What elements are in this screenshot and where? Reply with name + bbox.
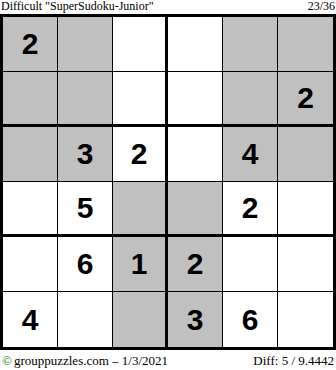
cell-r6c2[interactable] — [58, 292, 113, 347]
cell-r3c1[interactable] — [3, 127, 58, 182]
cell-r5c4[interactable]: 2 — [168, 237, 223, 292]
footer: ©grouppuzzles.com – 1/3/2021 Diff: 5 / 9… — [0, 350, 336, 370]
cell-r2c4[interactable] — [168, 72, 223, 127]
cell-r3c2[interactable]: 3 — [58, 127, 113, 182]
cell-r1c2[interactable] — [58, 17, 113, 72]
cell-r1c5[interactable] — [223, 17, 278, 72]
cell-r6c5[interactable]: 6 — [223, 292, 278, 347]
given-number: 1 — [131, 247, 148, 281]
cell-r2c6[interactable]: 2 — [278, 72, 333, 127]
cell-r1c3[interactable] — [113, 17, 168, 72]
cell-r2c1[interactable] — [3, 72, 58, 127]
cell-r3c6[interactable] — [278, 127, 333, 182]
cell-r4c3[interactable] — [113, 182, 168, 237]
copyright-line: ©grouppuzzles.com – 1/3/2021 — [2, 353, 168, 369]
given-number: 2 — [131, 137, 148, 171]
given-number: 2 — [297, 81, 314, 115]
given-number: 6 — [242, 303, 259, 337]
given-number: 2 — [22, 27, 39, 61]
cell-r5c2[interactable]: 6 — [58, 237, 113, 292]
copyright-icon: © — [2, 353, 12, 368]
given-number: 4 — [22, 303, 39, 337]
cell-r6c4[interactable]: 3 — [168, 292, 223, 347]
cell-r2c3[interactable] — [113, 72, 168, 127]
cell-r4c4[interactable] — [168, 182, 223, 237]
difficulty-label: Diff: 5 / 9.4442 — [253, 353, 334, 369]
given-number: 2 — [187, 247, 204, 281]
cell-r6c3[interactable] — [113, 292, 168, 347]
cell-r6c6[interactable] — [278, 292, 333, 347]
cell-r3c4[interactable] — [168, 127, 223, 182]
cell-r1c1[interactable]: 2 — [3, 17, 58, 72]
cell-r5c5[interactable] — [223, 237, 278, 292]
given-number: 4 — [242, 137, 259, 171]
given-number: 2 — [242, 191, 259, 225]
given-number: 3 — [77, 137, 94, 171]
given-number: 3 — [187, 303, 204, 337]
sudoku-grid: 2232452612436 — [0, 14, 336, 350]
given-number: 6 — [77, 247, 94, 281]
cell-r4c5[interactable]: 2 — [223, 182, 278, 237]
cell-r1c6[interactable] — [278, 17, 333, 72]
given-number: 5 — [77, 191, 94, 225]
cell-r2c2[interactable] — [58, 72, 113, 127]
puzzle-title: Difficult "SuperSudoku-Junior" — [1, 0, 154, 13]
cell-r2c5[interactable] — [223, 72, 278, 127]
cell-r1c4[interactable] — [168, 17, 223, 72]
copyright-text: grouppuzzles.com – 1/3/2021 — [14, 353, 168, 368]
cell-r5c6[interactable] — [278, 237, 333, 292]
cell-r4c2[interactable]: 5 — [58, 182, 113, 237]
header: Difficult "SuperSudoku-Junior" 23/36 — [0, 0, 336, 14]
cell-r5c1[interactable] — [3, 237, 58, 292]
cell-r4c1[interactable] — [3, 182, 58, 237]
cell-r4c6[interactable] — [278, 182, 333, 237]
clue-count: 23/36 — [308, 0, 335, 13]
puzzle-page: Difficult "SuperSudoku-Junior" 23/36 223… — [0, 0, 336, 370]
cell-r5c3[interactable]: 1 — [113, 237, 168, 292]
cell-r3c5[interactable]: 4 — [223, 127, 278, 182]
cell-r6c1[interactable]: 4 — [3, 292, 58, 347]
cell-r3c3[interactable]: 2 — [113, 127, 168, 182]
